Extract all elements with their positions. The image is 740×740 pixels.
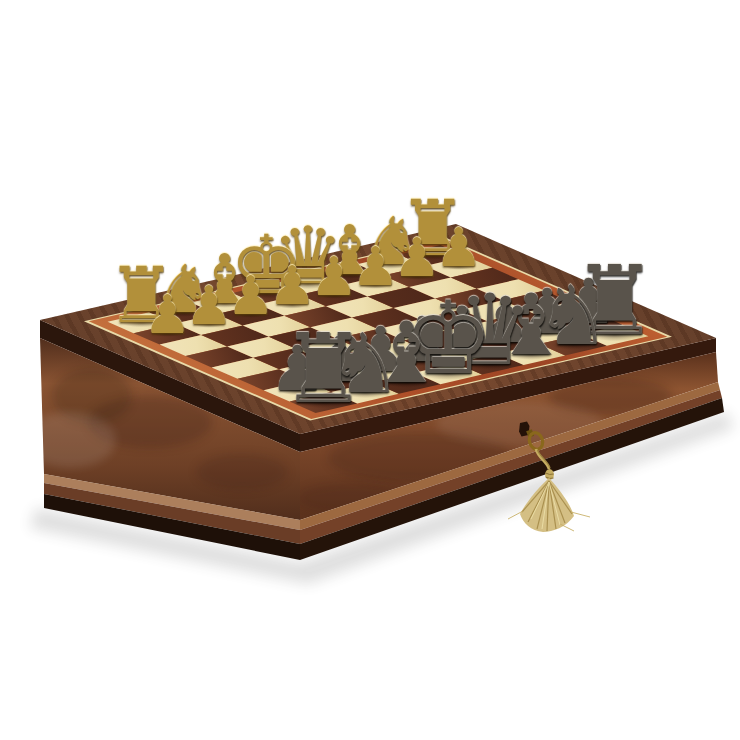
piece-white-pawn[interactable]: ♟ — [393, 231, 441, 284]
pieces-layer: ♜♞♝♛♚♝♞♜♟♟♟♟♟♟♟♟♟♟♟♟♟♟♟♟♜♞♝♛♚♝♞♜ — [0, 0, 740, 740]
piece-white-pawn[interactable]: ♟ — [227, 270, 275, 323]
piece-white-pawn[interactable]: ♟ — [268, 260, 316, 313]
chess-set-photo: ♜♞♝♛♚♝♞♜♟♟♟♟♟♟♟♟♟♟♟♟♟♟♟♟♜♞♝♛♚♝♞♜ — [0, 0, 740, 740]
piece-white-pawn[interactable]: ♟ — [435, 222, 483, 275]
piece-white-pawn[interactable]: ♟ — [144, 289, 192, 342]
piece-black-rook[interactable]: ♜ — [280, 321, 366, 417]
piece-white-pawn[interactable]: ♟ — [352, 241, 400, 294]
piece-white-pawn[interactable]: ♟ — [185, 279, 233, 332]
piece-white-pawn[interactable]: ♟ — [310, 250, 358, 303]
